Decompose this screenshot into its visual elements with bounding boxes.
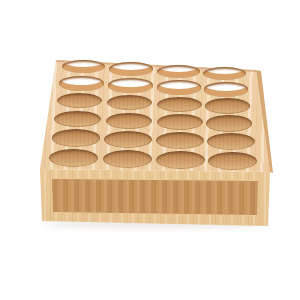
- pod-slot-r1c2: [109, 62, 152, 75]
- pod-slot-r5c1: [52, 129, 100, 146]
- pod-slot-r1c1: [62, 60, 105, 73]
- pod-slot-r2c4: [204, 82, 248, 96]
- holes-layer: [0, 0, 300, 300]
- pod-slot-r6c2: [103, 150, 152, 168]
- pod-slot-r2c2: [108, 78, 152, 92]
- pod-slot-r6c4: [208, 152, 257, 170]
- pod-slot-r4c1: [54, 111, 101, 127]
- pod-slot-r2c3: [157, 80, 201, 94]
- pod-slot-r6c1: [49, 149, 98, 167]
- pod-slot-r5c4: [207, 133, 255, 150]
- pod-slot-r1c4: [203, 67, 246, 80]
- pod-slot-r6c3: [156, 151, 205, 169]
- pod-slot-r5c3: [156, 132, 204, 149]
- pod-slot-r1c3: [157, 65, 200, 78]
- product-photo-canvas: Product photo on a white background: bam…: [0, 0, 300, 300]
- pod-slot-r3c1: [57, 93, 103, 108]
- pod-slot-r3c2: [107, 95, 153, 110]
- pod-slot-r3c3: [157, 97, 203, 112]
- pod-slot-r4c4: [206, 115, 253, 131]
- pod-slot-r3c4: [205, 98, 251, 113]
- pod-slot-r4c2: [106, 113, 153, 129]
- pod-slot-r2c1: [59, 76, 103, 90]
- pod-slot-r4c3: [157, 114, 204, 130]
- pod-slot-r5c2: [104, 131, 152, 148]
